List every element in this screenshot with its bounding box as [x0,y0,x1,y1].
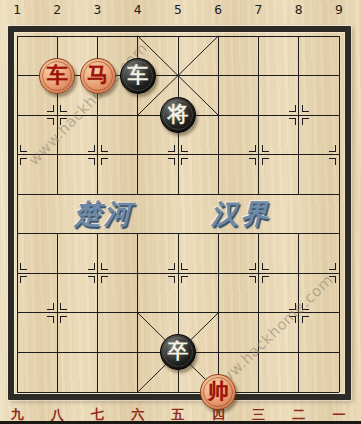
piece-glyph: 马 [87,65,108,86]
piece-glyph: 将 [168,104,189,125]
piece-black-chariot[interactable]: 车 [120,58,156,94]
piece-red-general[interactable]: 帅 [200,374,236,410]
pieces-layer: 车马车将卒帅 [0,16,359,412]
piece-red-chariot[interactable]: 车 [39,58,75,94]
piece-black-general[interactable]: 将 [160,97,196,133]
piece-glyph: 车 [47,65,68,86]
piece-glyph: 车 [127,65,148,86]
piece-glyph: 卒 [168,341,189,362]
piece-black-soldier[interactable]: 卒 [160,334,196,370]
xiangqi-board-screenshot: 1 2 3 4 5 6 7 8 9 www.hackhome.com www.h… [0,0,361,424]
piece-red-horse[interactable]: 马 [80,58,116,94]
piece-glyph: 帅 [208,381,229,402]
